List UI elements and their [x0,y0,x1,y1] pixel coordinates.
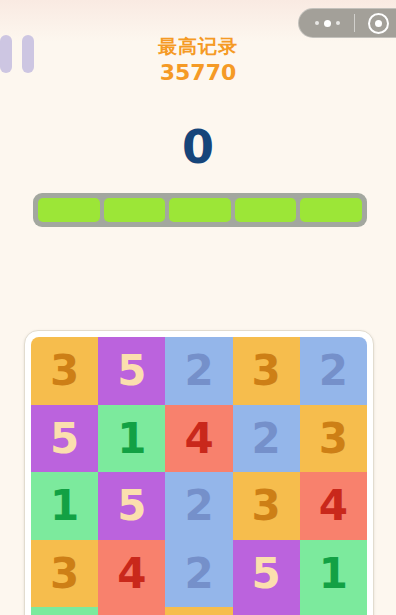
current-score: 0 [0,120,396,174]
board-cell-r2c5[interactable]: 3 [300,405,367,473]
board-cell-r3c3[interactable]: 2 [165,472,232,540]
more-dots-icon[interactable] [315,20,340,27]
board-cell-r5c3[interactable]: 3 [165,607,232,615]
progress-segment [235,198,297,222]
board-cell-r4c2[interactable]: 4 [98,540,165,608]
board-cell-r5c4[interactable]: 5 [233,607,300,615]
board-cell-r2c3[interactable]: 4 [165,405,232,473]
board-cell-r2c4[interactable]: 2 [233,405,300,473]
progress-segment [104,198,166,222]
exit-circle-icon[interactable] [368,13,389,34]
board-cell-r1c1[interactable]: 3 [31,337,98,405]
board-cell-r1c4[interactable]: 3 [233,337,300,405]
capsule-divider [354,14,355,32]
best-score-value: 35770 [0,59,396,86]
board-cell-r5c5[interactable]: 1 [300,607,367,615]
board-cell-r4c4[interactable]: 5 [233,540,300,608]
board-cell-r1c3[interactable]: 2 [165,337,232,405]
board-cell-r1c2[interactable]: 5 [98,337,165,405]
game-screen: 最高记录 35770 0 3523251423152343425114351 [0,0,396,615]
board-panel: 3523251423152343425114351 [24,330,374,615]
progress-segment [300,198,362,222]
best-score-block: 最高记录 35770 [0,33,396,86]
board-cell-r4c5[interactable]: 1 [300,540,367,608]
board-cell-r5c2[interactable]: 4 [98,607,165,615]
progress-segment [38,198,100,222]
progress-bar [33,193,367,227]
progress-segment [169,198,231,222]
board-cell-r3c1[interactable]: 1 [31,472,98,540]
board-cell-r4c1[interactable]: 3 [31,540,98,608]
board-cell-r3c2[interactable]: 5 [98,472,165,540]
board-cell-r2c2[interactable]: 1 [98,405,165,473]
board-cell-r4c3[interactable]: 2 [165,540,232,608]
board-cell-r5c1[interactable]: 1 [31,607,98,615]
board-grid: 3523251423152343425114351 [31,337,367,615]
board-cell-r2c1[interactable]: 5 [31,405,98,473]
board-cell-r3c5[interactable]: 4 [300,472,367,540]
best-score-label: 最高记录 [0,33,396,59]
board-cell-r1c5[interactable]: 2 [300,337,367,405]
board-cell-r3c4[interactable]: 3 [233,472,300,540]
